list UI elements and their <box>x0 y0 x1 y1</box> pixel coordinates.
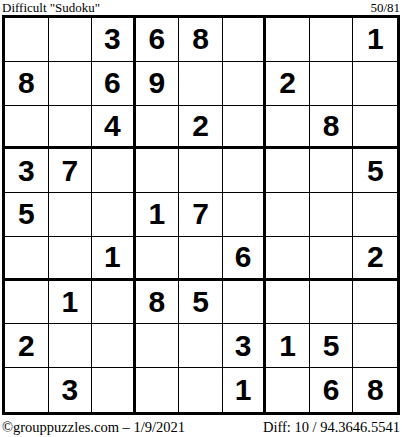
given-cell-r1c9: 1 <box>353 18 397 62</box>
empty-cell-r1c2[interactable] <box>49 18 93 62</box>
given-cell-r8c7: 1 <box>266 324 310 368</box>
empty-cell-r9c1[interactable] <box>5 368 49 412</box>
given-cell-r7c2: 1 <box>49 281 93 325</box>
given-cell-r3c8: 8 <box>310 106 354 150</box>
empty-cell-r8c5[interactable] <box>179 324 223 368</box>
empty-cell-r9c5[interactable] <box>179 368 223 412</box>
given-cell-r6c6: 6 <box>223 237 267 281</box>
empty-cell-r3c1[interactable] <box>5 106 49 150</box>
empty-cell-r9c4[interactable] <box>136 368 180 412</box>
empty-cell-r3c2[interactable] <box>49 106 93 150</box>
empty-cell-r6c4[interactable] <box>136 237 180 281</box>
difficulty-rating: Diff: 10 / 94.3646.5541 <box>263 420 400 435</box>
empty-cell-r5c3[interactable] <box>92 193 136 237</box>
puzzle-footer: ©grouppuzzles.com – 1/9/2021 Diff: 10 / … <box>0 415 402 437</box>
empty-cell-r4c8[interactable] <box>310 149 354 193</box>
given-cell-r9c8: 6 <box>310 368 354 412</box>
copyright-date: ©grouppuzzles.com – 1/9/2021 <box>2 420 185 435</box>
empty-cell-r4c7[interactable] <box>266 149 310 193</box>
cells-remaining-counter: 50/81 <box>370 1 400 14</box>
given-cell-r8c6: 3 <box>223 324 267 368</box>
empty-cell-r2c5[interactable] <box>179 62 223 106</box>
empty-cell-r3c7[interactable] <box>266 106 310 150</box>
empty-cell-r6c7[interactable] <box>266 237 310 281</box>
given-cell-r2c7: 2 <box>266 62 310 106</box>
empty-cell-r5c6[interactable] <box>223 193 267 237</box>
empty-cell-r2c9[interactable] <box>353 62 397 106</box>
empty-cell-r5c7[interactable] <box>266 193 310 237</box>
sudoku-puzzle-page: Difficult "Sudoku" 50/81 368186924283755… <box>0 0 402 437</box>
empty-cell-r2c2[interactable] <box>49 62 93 106</box>
given-cell-r5c1: 5 <box>5 193 49 237</box>
given-cell-r1c3: 3 <box>92 18 136 62</box>
given-cell-r3c3: 4 <box>92 106 136 150</box>
empty-cell-r1c1[interactable] <box>5 18 49 62</box>
given-cell-r8c8: 5 <box>310 324 354 368</box>
empty-cell-r7c8[interactable] <box>310 281 354 325</box>
empty-cell-r5c8[interactable] <box>310 193 354 237</box>
empty-cell-r9c7[interactable] <box>266 368 310 412</box>
given-cell-r2c4: 9 <box>136 62 180 106</box>
empty-cell-r3c6[interactable] <box>223 106 267 150</box>
given-cell-r5c5: 7 <box>179 193 223 237</box>
given-cell-r4c1: 3 <box>5 149 49 193</box>
empty-cell-r9c3[interactable] <box>92 368 136 412</box>
given-cell-r2c1: 8 <box>5 62 49 106</box>
given-cell-r2c3: 6 <box>92 62 136 106</box>
empty-cell-r8c9[interactable] <box>353 324 397 368</box>
empty-cell-r3c9[interactable] <box>353 106 397 150</box>
empty-cell-r6c1[interactable] <box>5 237 49 281</box>
empty-cell-r2c6[interactable] <box>223 62 267 106</box>
given-cell-r4c9: 5 <box>353 149 397 193</box>
sudoku-board: 3681869242837551716218523153168 <box>2 15 400 415</box>
given-cell-r9c9: 8 <box>353 368 397 412</box>
empty-cell-r5c2[interactable] <box>49 193 93 237</box>
given-cell-r1c5: 8 <box>179 18 223 62</box>
empty-cell-r4c3[interactable] <box>92 149 136 193</box>
puzzle-title: Difficult "Sudoku" <box>2 1 100 14</box>
given-cell-r7c4: 8 <box>136 281 180 325</box>
given-cell-r7c5: 5 <box>179 281 223 325</box>
empty-cell-r6c5[interactable] <box>179 237 223 281</box>
empty-cell-r8c2[interactable] <box>49 324 93 368</box>
given-cell-r1c4: 6 <box>136 18 180 62</box>
empty-cell-r4c6[interactable] <box>223 149 267 193</box>
empty-cell-r6c2[interactable] <box>49 237 93 281</box>
given-cell-r9c2: 3 <box>49 368 93 412</box>
empty-cell-r4c5[interactable] <box>179 149 223 193</box>
empty-cell-r8c3[interactable] <box>92 324 136 368</box>
empty-cell-r5c9[interactable] <box>353 193 397 237</box>
given-cell-r9c6: 1 <box>223 368 267 412</box>
given-cell-r8c1: 2 <box>5 324 49 368</box>
empty-cell-r8c4[interactable] <box>136 324 180 368</box>
empty-cell-r7c7[interactable] <box>266 281 310 325</box>
empty-cell-r7c1[interactable] <box>5 281 49 325</box>
given-cell-r4c2: 7 <box>49 149 93 193</box>
given-cell-r5c4: 1 <box>136 193 180 237</box>
given-cell-r6c9: 2 <box>353 237 397 281</box>
empty-cell-r6c8[interactable] <box>310 237 354 281</box>
given-cell-r6c3: 1 <box>92 237 136 281</box>
empty-cell-r2c8[interactable] <box>310 62 354 106</box>
empty-cell-r1c6[interactable] <box>223 18 267 62</box>
puzzle-header: Difficult "Sudoku" 50/81 <box>0 0 402 15</box>
empty-cell-r7c9[interactable] <box>353 281 397 325</box>
empty-cell-r7c6[interactable] <box>223 281 267 325</box>
empty-cell-r3c4[interactable] <box>136 106 180 150</box>
empty-cell-r7c3[interactable] <box>92 281 136 325</box>
empty-cell-r4c4[interactable] <box>136 149 180 193</box>
given-cell-r3c5: 2 <box>179 106 223 150</box>
empty-cell-r1c7[interactable] <box>266 18 310 62</box>
empty-cell-r1c8[interactable] <box>310 18 354 62</box>
